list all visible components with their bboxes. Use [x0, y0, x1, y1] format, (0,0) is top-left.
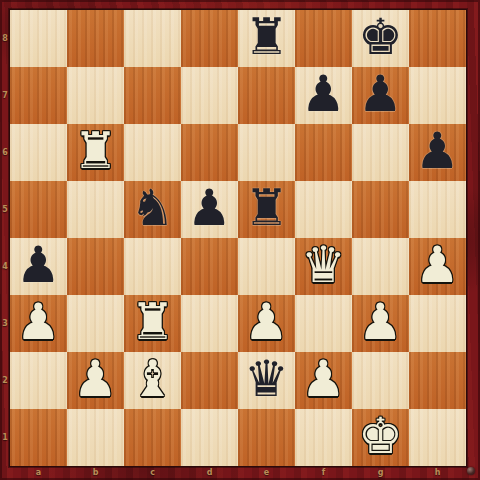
- square-h4[interactable]: ♟: [409, 238, 466, 295]
- square-h7[interactable]: [409, 67, 466, 124]
- square-c4[interactable]: [124, 238, 181, 295]
- square-a8[interactable]: [10, 10, 67, 67]
- file-label-c: c: [124, 466, 181, 479]
- chess-board-frame: ♜♚♟♟♜♟♞♟♜♟♛♟♟♜♟♟♟♝♛♟♚ 87654321 abcdefgh: [0, 0, 480, 480]
- square-h8[interactable]: [409, 10, 466, 67]
- square-g3[interactable]: ♟: [352, 295, 409, 352]
- rank-label-2: 2: [0, 352, 10, 409]
- piece-black-pawn-h6[interactable]: ♟: [415, 126, 460, 176]
- file-label-a: a: [10, 466, 67, 479]
- rank-label-1: 1: [0, 409, 10, 466]
- rank-label-5: 5: [0, 181, 10, 238]
- piece-black-pawn-g7[interactable]: ♟: [358, 69, 403, 119]
- square-h1[interactable]: [409, 409, 466, 466]
- rank-label-3: 3: [0, 295, 10, 352]
- square-d4[interactable]: [181, 238, 238, 295]
- square-b3[interactable]: [67, 295, 124, 352]
- square-c1[interactable]: [124, 409, 181, 466]
- piece-black-rook-e5[interactable]: ♜: [244, 183, 289, 233]
- piece-white-pawn-b2[interactable]: ♟: [73, 354, 118, 404]
- square-e6[interactable]: [238, 124, 295, 181]
- square-e1[interactable]: [238, 409, 295, 466]
- square-b1[interactable]: [67, 409, 124, 466]
- square-c7[interactable]: [124, 67, 181, 124]
- piece-white-pawn-h4[interactable]: ♟: [415, 240, 460, 290]
- square-f7[interactable]: ♟: [295, 67, 352, 124]
- square-g5[interactable]: [352, 181, 409, 238]
- square-e2[interactable]: ♛: [238, 352, 295, 409]
- piece-white-rook-c3[interactable]: ♜: [130, 297, 175, 347]
- square-a4[interactable]: ♟: [10, 238, 67, 295]
- square-d3[interactable]: [181, 295, 238, 352]
- square-e4[interactable]: [238, 238, 295, 295]
- square-b6[interactable]: ♜: [67, 124, 124, 181]
- piece-black-rook-e8[interactable]: ♜: [244, 12, 289, 62]
- square-d8[interactable]: [181, 10, 238, 67]
- square-c8[interactable]: [124, 10, 181, 67]
- square-h2[interactable]: [409, 352, 466, 409]
- square-e8[interactable]: ♜: [238, 10, 295, 67]
- square-b4[interactable]: [67, 238, 124, 295]
- piece-white-pawn-f2[interactable]: ♟: [301, 354, 346, 404]
- square-g8[interactable]: ♚: [352, 10, 409, 67]
- file-label-e: e: [238, 466, 295, 479]
- piece-black-pawn-f7[interactable]: ♟: [301, 69, 346, 119]
- square-c6[interactable]: [124, 124, 181, 181]
- square-h3[interactable]: [409, 295, 466, 352]
- square-a6[interactable]: [10, 124, 67, 181]
- piece-white-pawn-e3[interactable]: ♟: [244, 297, 289, 347]
- square-d1[interactable]: [181, 409, 238, 466]
- square-b8[interactable]: [67, 10, 124, 67]
- square-b2[interactable]: ♟: [67, 352, 124, 409]
- piece-black-pawn-d5[interactable]: ♟: [187, 183, 232, 233]
- file-label-b: b: [67, 466, 124, 479]
- square-a3[interactable]: ♟: [10, 295, 67, 352]
- square-f1[interactable]: [295, 409, 352, 466]
- file-label-h: h: [409, 466, 466, 479]
- square-f6[interactable]: [295, 124, 352, 181]
- square-g4[interactable]: [352, 238, 409, 295]
- square-g2[interactable]: [352, 352, 409, 409]
- piece-white-queen-f4[interactable]: ♛: [301, 240, 346, 290]
- square-a7[interactable]: [10, 67, 67, 124]
- piece-black-knight-c5[interactable]: ♞: [130, 183, 175, 233]
- square-d5[interactable]: ♟: [181, 181, 238, 238]
- piece-white-pawn-g3[interactable]: ♟: [358, 297, 403, 347]
- file-label-f: f: [295, 466, 352, 479]
- square-h6[interactable]: ♟: [409, 124, 466, 181]
- piece-black-pawn-a4[interactable]: ♟: [16, 240, 61, 290]
- square-e3[interactable]: ♟: [238, 295, 295, 352]
- square-a2[interactable]: [10, 352, 67, 409]
- square-d7[interactable]: [181, 67, 238, 124]
- square-a1[interactable]: [10, 409, 67, 466]
- rank-label-6: 6: [0, 124, 10, 181]
- square-e7[interactable]: [238, 67, 295, 124]
- piece-white-bishop-c2[interactable]: ♝: [130, 354, 175, 404]
- piece-white-rook-b6[interactable]: ♜: [73, 126, 118, 176]
- corner-stud-icon: [467, 467, 475, 475]
- file-label-d: d: [181, 466, 238, 479]
- piece-white-pawn-a3[interactable]: ♟: [16, 297, 61, 347]
- square-h5[interactable]: [409, 181, 466, 238]
- rank-label-8: 8: [0, 10, 10, 67]
- square-f4[interactable]: ♛: [295, 238, 352, 295]
- rank-label-7: 7: [0, 67, 10, 124]
- square-f3[interactable]: [295, 295, 352, 352]
- square-a5[interactable]: [10, 181, 67, 238]
- square-f8[interactable]: [295, 10, 352, 67]
- square-c2[interactable]: ♝: [124, 352, 181, 409]
- square-c3[interactable]: ♜: [124, 295, 181, 352]
- square-b5[interactable]: [67, 181, 124, 238]
- chess-board: ♜♚♟♟♜♟♞♟♜♟♛♟♟♜♟♟♟♝♛♟♚: [10, 10, 466, 466]
- square-d6[interactable]: [181, 124, 238, 181]
- rank-label-4: 4: [0, 238, 10, 295]
- square-f5[interactable]: [295, 181, 352, 238]
- square-f2[interactable]: ♟: [295, 352, 352, 409]
- piece-black-king-g8[interactable]: ♚: [358, 12, 403, 62]
- square-g1[interactable]: ♚: [352, 409, 409, 466]
- file-label-g: g: [352, 466, 409, 479]
- square-d2[interactable]: [181, 352, 238, 409]
- piece-white-king-g1[interactable]: ♚: [358, 411, 403, 461]
- square-e5[interactable]: ♜: [238, 181, 295, 238]
- square-b7[interactable]: [67, 67, 124, 124]
- square-g7[interactable]: ♟: [352, 67, 409, 124]
- piece-black-queen-e2[interactable]: ♛: [244, 354, 289, 404]
- square-c5[interactable]: ♞: [124, 181, 181, 238]
- square-g6[interactable]: [352, 124, 409, 181]
